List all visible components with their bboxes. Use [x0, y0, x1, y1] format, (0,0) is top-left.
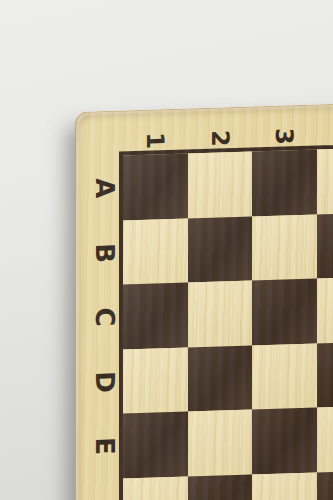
square-D2 — [188, 345, 253, 412]
square-C1 — [123, 282, 188, 349]
square-E3 — [252, 407, 317, 474]
square-B2 — [188, 216, 253, 283]
rank-label-C: C — [91, 303, 119, 332]
photo-background: 123 ABCDE — [0, 0, 333, 500]
square-A1 — [123, 153, 188, 220]
file-labels: 123 — [76, 94, 333, 113]
square-E2 — [188, 409, 253, 476]
square-D1 — [123, 347, 188, 414]
square-F2 — [188, 474, 253, 500]
square-E4 — [317, 405, 333, 472]
squares-grid — [119, 135, 333, 500]
square-D3 — [252, 343, 317, 410]
square-D4 — [317, 341, 333, 408]
rank-labels: ABCDE — [76, 94, 333, 113]
square-A2 — [188, 151, 253, 218]
square-A4 — [317, 147, 333, 214]
square-C3 — [252, 278, 317, 345]
chess-board: 123 ABCDE — [75, 93, 333, 500]
rank-label-A: A — [91, 174, 119, 203]
file-label-3: 3 — [270, 122, 298, 151]
square-F3 — [252, 472, 317, 500]
square-E1 — [123, 411, 188, 478]
square-C4 — [317, 276, 333, 343]
square-A3 — [252, 149, 317, 216]
rank-label-B: B — [91, 238, 119, 267]
square-B4 — [317, 212, 333, 279]
square-B1 — [123, 218, 188, 285]
square-F1 — [123, 476, 188, 500]
file-label-1: 1 — [141, 126, 169, 155]
file-label-2: 2 — [206, 124, 234, 153]
rank-label-E: E — [91, 432, 119, 461]
square-B3 — [252, 214, 317, 281]
square-C2 — [188, 280, 253, 347]
square-F4 — [317, 470, 333, 500]
rank-label-D: D — [91, 367, 119, 396]
